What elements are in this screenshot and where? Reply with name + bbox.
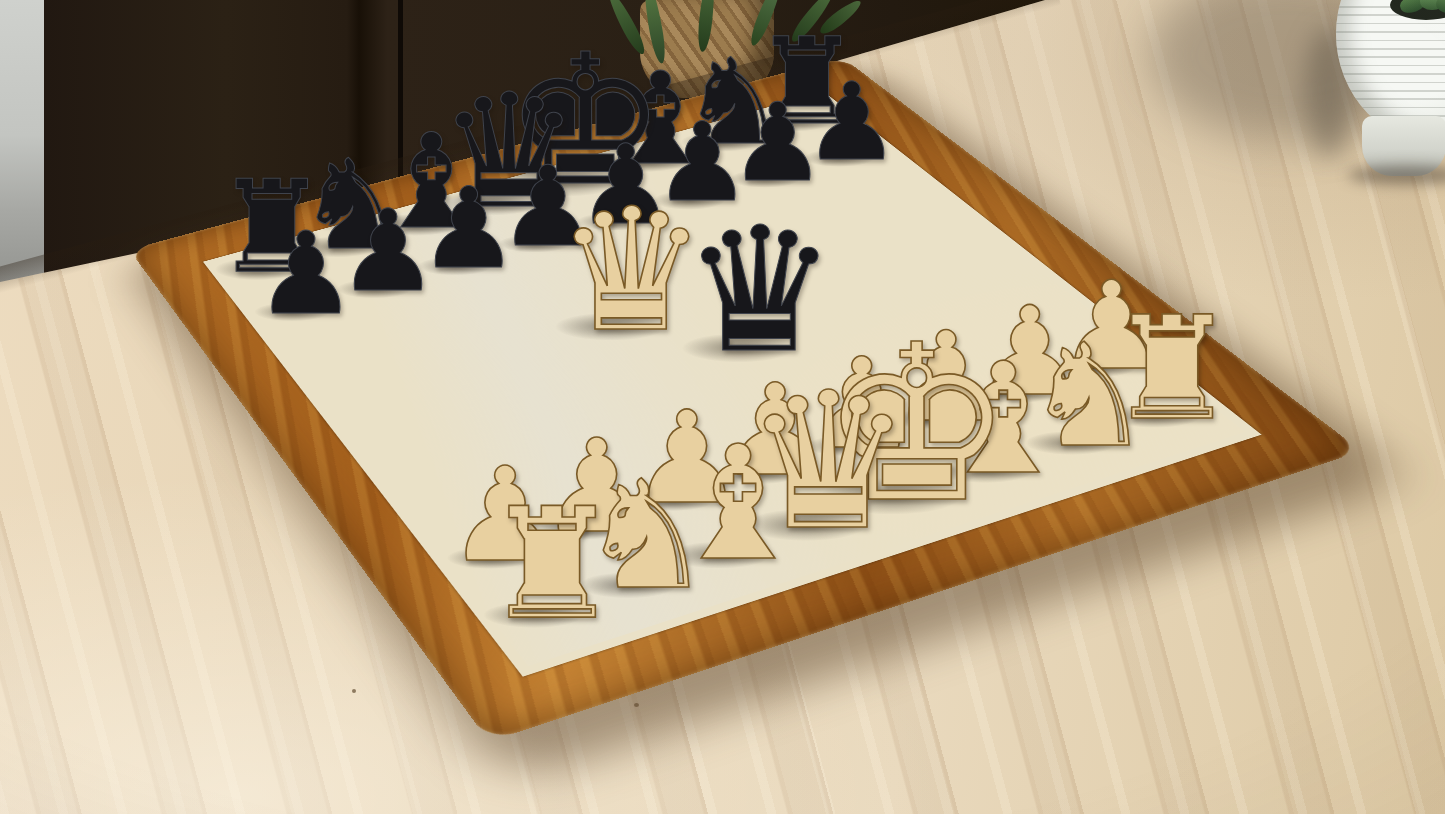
photo-scene: ♜♞♟♝♟♚♟♛♟♝♟♞♟♜♟♟♛♛♟♟♜♟♞♟♝♟♚♟♛♟♝♟♞♜ — [0, 0, 1445, 814]
piece-white-rook-a1[interactable]: ♜ — [483, 488, 621, 641]
piece-layer: ♜♞♟♝♟♚♟♛♟♝♟♞♟♜♟♟♛♛♟♟♜♟♞♟♝♟♚♟♛♟♝♟♞♜ — [0, 0, 1445, 814]
piece-black-pawn-a7[interactable]: ♟ — [255, 217, 357, 331]
